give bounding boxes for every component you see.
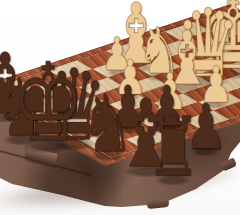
black-rook-f1[interactable]: ♜ (145, 106, 201, 188)
chess-set-photo: ♟♝♞♟♟♝♛♟♚♝♞♚♛♞♟♝♟♜♟ (0, 0, 240, 215)
black-king-b2[interactable]: ♚ (11, 49, 85, 157)
pieces-layer: ♟♝♞♟♟♝♛♟♚♝♞♚♛♞♟♝♟♜♟ (0, 0, 240, 215)
